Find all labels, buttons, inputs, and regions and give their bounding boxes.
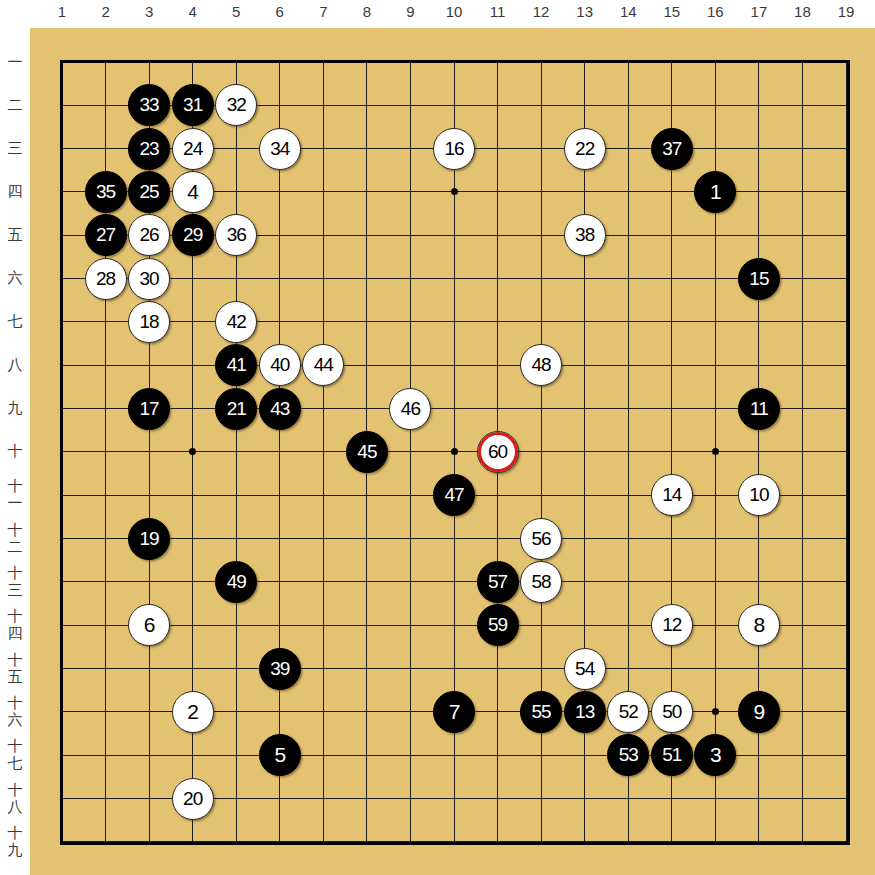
stone-move-10-white[interactable]: 10 <box>738 474 780 516</box>
stone-move-19-black[interactable]: 19 <box>128 518 170 560</box>
row-label-11: 十一 <box>0 473 30 517</box>
row-label-18: 十八 <box>0 777 30 821</box>
col-label-12: 12 <box>526 2 556 22</box>
col-label-16: 16 <box>700 2 730 22</box>
col-label-11: 11 <box>483 2 513 22</box>
stone-move-14-white[interactable]: 14 <box>651 474 693 516</box>
stone-move-22-white[interactable]: 22 <box>564 128 606 170</box>
row-label-16: 十六 <box>0 690 30 734</box>
col-label-8: 8 <box>352 2 382 22</box>
stone-move-28-white[interactable]: 28 <box>85 258 127 300</box>
stone-move-46-white[interactable]: 46 <box>389 388 431 430</box>
col-label-4: 4 <box>178 2 208 22</box>
row-label-8: 八 <box>0 343 30 387</box>
go-game-diagram: 12345678910111213141516171819 一二三四五六七八九十… <box>0 0 875 875</box>
row-label-2: 二 <box>0 83 30 127</box>
stone-move-55-black[interactable]: 55 <box>520 691 562 733</box>
stone-move-18-white[interactable]: 18 <box>128 301 170 343</box>
col-label-19: 19 <box>831 2 861 22</box>
row-label-13: 十三 <box>0 560 30 604</box>
stone-move-4-white[interactable]: 4 <box>172 171 214 213</box>
stone-move-13-black[interactable]: 13 <box>564 691 606 733</box>
stone-move-21-black[interactable]: 21 <box>215 388 257 430</box>
stone-move-17-black[interactable]: 17 <box>128 388 170 430</box>
stone-move-31-black[interactable]: 31 <box>172 84 214 126</box>
row-label-6: 六 <box>0 257 30 301</box>
stone-move-1-black[interactable]: 1 <box>694 171 736 213</box>
stone-move-57-black[interactable]: 57 <box>477 561 519 603</box>
col-label-3: 3 <box>134 2 164 22</box>
row-label-10: 十 <box>0 430 30 474</box>
row-label-1: 一 <box>0 40 30 84</box>
row-label-3: 三 <box>0 127 30 171</box>
stone-move-34-white[interactable]: 34 <box>259 128 301 170</box>
stone-move-30-white[interactable]: 30 <box>128 258 170 300</box>
row-label-14: 十四 <box>0 603 30 647</box>
col-label-7: 7 <box>308 2 338 22</box>
row-label-12: 十二 <box>0 517 30 561</box>
stone-move-58-white[interactable]: 58 <box>520 561 562 603</box>
col-label-9: 9 <box>395 2 425 22</box>
stone-move-49-black[interactable]: 49 <box>215 561 257 603</box>
col-label-18: 18 <box>787 2 817 22</box>
stone-move-39-black[interactable]: 39 <box>259 648 301 690</box>
col-label-13: 13 <box>570 2 600 22</box>
stone-move-25-black[interactable]: 25 <box>128 171 170 213</box>
stone-move-59-black[interactable]: 59 <box>477 604 519 646</box>
row-label-19: 十九 <box>0 820 30 864</box>
go-board[interactable]: 1234567891011121314151617181920212223242… <box>30 28 875 875</box>
stone-move-15-black[interactable]: 15 <box>738 258 780 300</box>
stone-move-43-black[interactable]: 43 <box>259 388 301 430</box>
stone-move-60-white[interactable]: 60 <box>477 431 519 473</box>
row-label-4: 四 <box>0 170 30 214</box>
stone-move-2-white[interactable]: 2 <box>172 691 214 733</box>
stone-move-27-black[interactable]: 27 <box>85 214 127 256</box>
stone-move-9-black[interactable]: 9 <box>738 691 780 733</box>
col-label-2: 2 <box>91 2 121 22</box>
stone-move-51-black[interactable]: 51 <box>651 734 693 776</box>
stone-move-8-white[interactable]: 8 <box>738 604 780 646</box>
row-label-15: 十五 <box>0 647 30 691</box>
stone-move-23-black[interactable]: 23 <box>128 128 170 170</box>
stone-move-24-white[interactable]: 24 <box>172 128 214 170</box>
stone-move-38-white[interactable]: 38 <box>564 214 606 256</box>
stone-move-50-white[interactable]: 50 <box>651 691 693 733</box>
stone-move-5-black[interactable]: 5 <box>259 734 301 776</box>
stone-move-56-white[interactable]: 56 <box>520 518 562 560</box>
col-label-10: 10 <box>439 2 469 22</box>
stone-move-52-white[interactable]: 52 <box>607 691 649 733</box>
stone-move-12-white[interactable]: 12 <box>651 604 693 646</box>
col-label-1: 1 <box>47 2 77 22</box>
row-label-17: 十七 <box>0 733 30 777</box>
col-label-15: 15 <box>657 2 687 22</box>
stone-move-54-white[interactable]: 54 <box>564 648 606 690</box>
stone-move-11-black[interactable]: 11 <box>738 388 780 430</box>
stone-move-7-black[interactable]: 7 <box>433 691 475 733</box>
row-label-5: 五 <box>0 213 30 257</box>
stone-move-20-white[interactable]: 20 <box>172 778 214 820</box>
stone-move-45-black[interactable]: 45 <box>346 431 388 473</box>
stone-move-16-white[interactable]: 16 <box>433 128 475 170</box>
row-label-9: 九 <box>0 387 30 431</box>
stone-move-42-white[interactable]: 42 <box>215 301 257 343</box>
col-label-17: 17 <box>744 2 774 22</box>
stone-move-29-black[interactable]: 29 <box>172 214 214 256</box>
col-label-6: 6 <box>265 2 295 22</box>
col-label-14: 14 <box>613 2 643 22</box>
row-label-7: 七 <box>0 300 30 344</box>
stone-move-40-white[interactable]: 40 <box>259 344 301 386</box>
stone-move-37-black[interactable]: 37 <box>651 128 693 170</box>
stone-move-35-black[interactable]: 35 <box>85 171 127 213</box>
col-label-5: 5 <box>221 2 251 22</box>
